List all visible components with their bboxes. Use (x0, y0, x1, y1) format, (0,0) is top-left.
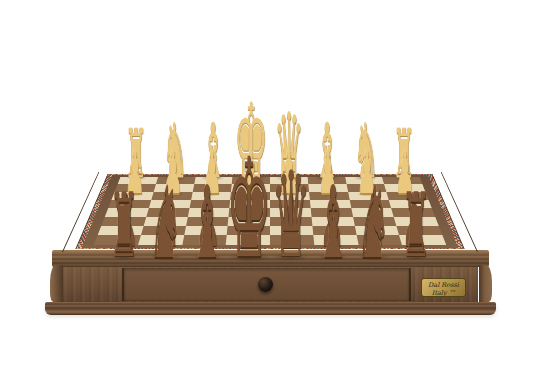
square-c2 (308, 184, 348, 192)
square-e1 (232, 177, 270, 184)
square-f5 (187, 208, 229, 217)
square-d8 (270, 235, 314, 245)
inner-frame (82, 175, 459, 248)
square-b3 (348, 192, 389, 200)
square-g8 (138, 235, 184, 245)
square-f6 (186, 217, 229, 226)
inlay-border (75, 174, 465, 249)
square-e7 (227, 226, 270, 235)
square-h1 (118, 177, 158, 184)
square-a7 (397, 226, 443, 235)
square-g3 (151, 192, 192, 200)
square-f4 (189, 200, 230, 208)
square-e3 (230, 192, 270, 200)
square-c7 (312, 226, 356, 235)
box-left-endcap (50, 265, 63, 302)
square-e5 (229, 208, 270, 217)
squares-grid (94, 177, 447, 246)
square-d4 (270, 200, 310, 208)
square-g6 (143, 217, 187, 226)
storage-drawer (122, 268, 411, 301)
square-a8 (399, 235, 446, 245)
square-a4 (389, 200, 432, 208)
square-g2 (153, 184, 193, 192)
square-a2 (384, 184, 425, 192)
square-f2 (192, 184, 232, 192)
square-a6 (394, 217, 439, 226)
box-front-panel: Dal Rossi Italy ™ (62, 267, 478, 302)
square-a3 (387, 192, 429, 200)
square-b7 (354, 226, 399, 235)
square-e6 (228, 217, 270, 226)
square-h4 (108, 200, 151, 208)
square-h5 (105, 208, 149, 217)
square-h7 (98, 226, 144, 235)
box-right-endcap (479, 265, 492, 302)
square-b5 (351, 208, 394, 217)
square-d7 (270, 226, 313, 235)
square-f8 (182, 235, 227, 245)
square-f3 (191, 192, 231, 200)
square-h2 (115, 184, 156, 192)
square-a5 (391, 208, 435, 217)
square-b6 (353, 217, 397, 226)
chess-box: Dal Rossi Italy ™ (52, 250, 489, 315)
square-b1 (345, 177, 385, 184)
square-f1 (194, 177, 233, 184)
square-e4 (230, 200, 270, 208)
square-g7 (141, 226, 186, 235)
square-h3 (112, 192, 154, 200)
square-b8 (356, 235, 402, 245)
square-d5 (270, 208, 311, 217)
square-c3 (309, 192, 349, 200)
drawer-knob-icon (258, 277, 273, 292)
chess-set-photo: Dal Rossi Italy ™ ♜♞♝♚♛♝♞♜♟♟♟♟♟♟♟♟♟♟♟♟♟♟… (0, 0, 533, 373)
square-c8 (313, 235, 358, 245)
square-c4 (310, 200, 351, 208)
square-a1 (382, 177, 422, 184)
square-e2 (231, 184, 270, 192)
square-g4 (149, 200, 191, 208)
brand-plaque-line1: Dal Rossi (422, 281, 465, 289)
square-c1 (307, 177, 346, 184)
box-bottom-molding (45, 302, 496, 315)
square-c5 (310, 208, 352, 217)
brand-plaque-line2: Italy ™ (422, 289, 465, 297)
square-d1 (270, 177, 308, 184)
square-b4 (349, 200, 391, 208)
box-top-molding (52, 250, 489, 267)
chess-board (62, 172, 478, 252)
square-h6 (101, 217, 146, 226)
square-g5 (146, 208, 189, 217)
square-c6 (311, 217, 354, 226)
square-b2 (346, 184, 386, 192)
square-d2 (270, 184, 309, 192)
square-f7 (184, 226, 228, 235)
square-h8 (94, 235, 141, 245)
square-g1 (156, 177, 196, 184)
square-d6 (270, 217, 312, 226)
square-e8 (226, 235, 270, 245)
square-d3 (270, 192, 310, 200)
brand-plaque: Dal Rossi Italy ™ (421, 278, 466, 297)
